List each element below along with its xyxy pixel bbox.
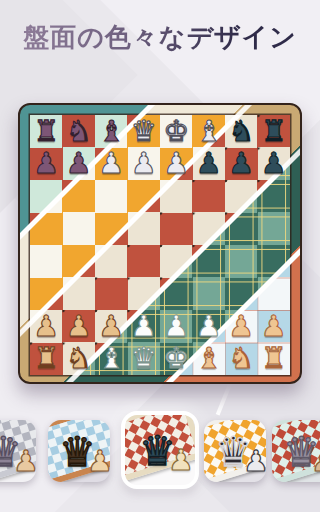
- white-pawn: ♟: [95, 310, 128, 343]
- pawn-icon: ♟: [311, 447, 320, 476]
- page-title: 盤面の色々なデザイン: [0, 20, 320, 55]
- black-pawn: ♟: [193, 148, 226, 181]
- black-pawn: ♟: [160, 148, 193, 181]
- pawn-icon: ♟: [243, 447, 266, 476]
- theme-thumb-mint-red-diamond[interactable]: ♛ ♟: [272, 420, 320, 482]
- pawn-icon: ♟: [168, 446, 194, 475]
- white-pawn: ♟: [30, 310, 63, 343]
- white-knight: ♞: [63, 343, 96, 376]
- theme-thumb-picnic-red[interactable]: ♛ ♟: [121, 411, 199, 489]
- white-pawn: ♟: [258, 310, 291, 343]
- black-queen: ♛: [128, 115, 161, 148]
- white-king: ♚: [160, 343, 193, 376]
- black-rook: ♜: [30, 115, 63, 148]
- white-pawn: ♟: [225, 310, 258, 343]
- theme-thumb-wood-blue[interactable]: ♛ ♟: [48, 420, 110, 482]
- black-bishop: ♝: [95, 115, 128, 148]
- black-pawn: ♟: [128, 148, 161, 181]
- white-rook: ♜: [30, 343, 63, 376]
- white-pawn: ♟: [128, 310, 161, 343]
- black-pawn: ♟: [95, 148, 128, 181]
- black-pawn: ♟: [225, 148, 258, 181]
- pawn-icon: ♟: [87, 447, 110, 476]
- white-rook: ♜: [258, 343, 291, 376]
- black-knight: ♞: [63, 115, 96, 148]
- black-pawn: ♟: [30, 148, 63, 181]
- theme-thumb-orange-diamond[interactable]: ♛ ♟: [204, 420, 266, 482]
- black-king: ♚: [160, 115, 193, 148]
- app-screen: 盤面の色々なデザイン ♜♞♝♛♚♝♞♜♟♟♟♟♟♟♟♟♟♟♟♟♟♟♟♟♜♞♝♛♚…: [0, 0, 320, 512]
- white-pawn: ♟: [193, 310, 226, 343]
- white-queen: ♛: [128, 343, 161, 376]
- black-knight: ♞: [225, 115, 258, 148]
- chess-board: ♜♞♝♛♚♝♞♜♟♟♟♟♟♟♟♟♟♟♟♟♟♟♟♟♜♞♝♛♚♝♞♜: [18, 103, 302, 384]
- white-bishop: ♝: [193, 343, 226, 376]
- white-pawn: ♟: [63, 310, 96, 343]
- pieces-layer: ♜♞♝♛♚♝♞♜♟♟♟♟♟♟♟♟♟♟♟♟♟♟♟♟♜♞♝♛♚♝♞♜: [30, 115, 290, 375]
- pawn-icon: ♟: [13, 447, 36, 476]
- theme-thumb-classic-gray[interactable]: ♛ ♟: [0, 420, 36, 482]
- black-bishop: ♝: [193, 115, 226, 148]
- black-pawn: ♟: [63, 148, 96, 181]
- black-pawn: ♟: [258, 148, 291, 181]
- black-rook: ♜: [258, 115, 291, 148]
- white-knight: ♞: [225, 343, 258, 376]
- white-pawn: ♟: [160, 310, 193, 343]
- white-bishop: ♝: [95, 343, 128, 376]
